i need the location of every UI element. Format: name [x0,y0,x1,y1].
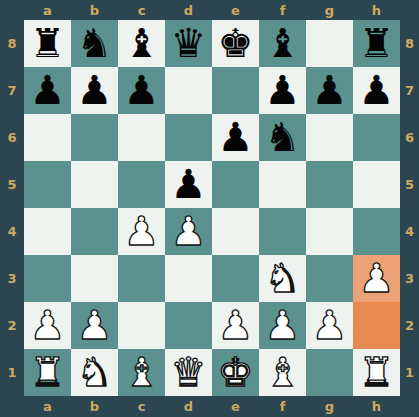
square-c6[interactable] [118,114,165,161]
rank-label-right-1: 1 [400,349,419,396]
rank-label-left-5: 5 [0,161,24,208]
file-label-top-h: h [353,0,400,20]
white-king[interactable]: ♚ [218,349,254,396]
square-d1[interactable]: ♛ [165,349,212,396]
square-a5[interactable] [24,161,71,208]
square-c8[interactable]: ♝ [118,20,165,67]
square-e7[interactable] [212,67,259,114]
black-bishop[interactable]: ♝ [124,20,160,67]
square-d4[interactable]: ♟ [165,208,212,255]
square-e8[interactable]: ♚ [212,20,259,67]
file-label-top-d: d [165,0,212,20]
square-f3[interactable]: ♞ [259,255,306,302]
white-rook[interactable]: ♜ [359,349,395,396]
square-b7[interactable]: ♟ [71,67,118,114]
square-f4[interactable] [259,208,306,255]
square-a8[interactable]: ♜ [24,20,71,67]
square-g6[interactable] [306,114,353,161]
white-pawn[interactable]: ♟ [312,302,348,349]
white-pawn[interactable]: ♟ [171,208,207,255]
square-e5[interactable] [212,161,259,208]
square-c1[interactable]: ♝ [118,349,165,396]
square-b2[interactable]: ♟ [71,302,118,349]
square-c3[interactable] [118,255,165,302]
square-g4[interactable] [306,208,353,255]
square-f8[interactable]: ♝ [259,20,306,67]
file-label-bottom-c: c [118,396,165,417]
square-d2[interactable] [165,302,212,349]
chess-diagram-frame: ♜♞♝♛♚♝♜♟♟♟♟♟♟♟♞♟♟♟♞♟♟♟♟♟♟♜♞♝♛♚♝♜ aabbccd… [0,0,419,417]
white-pawn[interactable]: ♟ [124,208,160,255]
square-c5[interactable] [118,161,165,208]
rank-label-left-1: 1 [0,349,24,396]
white-bishop[interactable]: ♝ [124,349,160,396]
black-rook[interactable]: ♜ [30,20,66,67]
square-e4[interactable] [212,208,259,255]
white-queen[interactable]: ♛ [171,349,207,396]
file-label-bottom-a: a [24,396,71,417]
rank-label-right-5: 5 [400,161,419,208]
square-b4[interactable] [71,208,118,255]
square-a7[interactable]: ♟ [24,67,71,114]
rank-label-left-3: 3 [0,255,24,302]
rank-label-left-2: 2 [0,302,24,349]
file-label-bottom-e: e [212,396,259,417]
black-pawn[interactable]: ♟ [124,67,160,114]
square-d7[interactable] [165,67,212,114]
file-label-top-b: b [71,0,118,20]
square-g7[interactable]: ♟ [306,67,353,114]
file-label-bottom-b: b [71,396,118,417]
square-a6[interactable] [24,114,71,161]
file-label-top-f: f [259,0,306,20]
square-b3[interactable] [71,255,118,302]
square-h6[interactable] [353,114,400,161]
square-f6[interactable]: ♞ [259,114,306,161]
rank-label-left-7: 7 [0,67,24,114]
square-d5[interactable]: ♟ [165,161,212,208]
square-h3[interactable]: ♟ [353,255,400,302]
chess-board: ♜♞♝♛♚♝♜♟♟♟♟♟♟♟♞♟♟♟♞♟♟♟♟♟♟♜♞♝♛♚♝♜ [24,20,400,396]
rank-label-right-6: 6 [400,114,419,161]
square-c4[interactable]: ♟ [118,208,165,255]
file-label-top-c: c [118,0,165,20]
rank-label-right-2: 2 [400,302,419,349]
square-a1[interactable]: ♜ [24,349,71,396]
square-g5[interactable] [306,161,353,208]
square-h5[interactable] [353,161,400,208]
file-label-bottom-h: h [353,396,400,417]
square-h2[interactable] [353,302,400,349]
white-pawn[interactable]: ♟ [265,302,301,349]
file-label-top-a: a [24,0,71,20]
square-g8[interactable] [306,20,353,67]
square-h7[interactable]: ♟ [353,67,400,114]
white-pawn[interactable]: ♟ [77,302,113,349]
square-e1[interactable]: ♚ [212,349,259,396]
square-f7[interactable]: ♟ [259,67,306,114]
square-h4[interactable] [353,208,400,255]
square-f1[interactable]: ♝ [259,349,306,396]
file-label-bottom-g: g [306,396,353,417]
square-f5[interactable] [259,161,306,208]
square-b1[interactable]: ♞ [71,349,118,396]
square-e6[interactable]: ♟ [212,114,259,161]
square-d6[interactable] [165,114,212,161]
black-bishop[interactable]: ♝ [265,20,301,67]
white-pawn[interactable]: ♟ [218,302,254,349]
white-knight[interactable]: ♞ [77,349,113,396]
square-b5[interactable] [71,161,118,208]
square-c2[interactable] [118,302,165,349]
white-knight[interactable]: ♞ [265,255,301,302]
square-g3[interactable] [306,255,353,302]
rank-label-right-3: 3 [400,255,419,302]
square-b6[interactable] [71,114,118,161]
square-d3[interactable] [165,255,212,302]
black-king[interactable]: ♚ [218,20,254,67]
rank-label-left-8: 8 [0,20,24,67]
square-f2[interactable]: ♟ [259,302,306,349]
black-knight[interactable]: ♞ [77,20,113,67]
black-knight[interactable]: ♞ [265,114,301,161]
black-pawn[interactable]: ♟ [265,67,301,114]
file-label-bottom-d: d [165,396,212,417]
square-d8[interactable]: ♛ [165,20,212,67]
white-bishop[interactable]: ♝ [265,349,301,396]
square-h1[interactable]: ♜ [353,349,400,396]
square-a4[interactable] [24,208,71,255]
rank-label-right-8: 8 [400,20,419,67]
square-g2[interactable]: ♟ [306,302,353,349]
file-label-bottom-f: f [259,396,306,417]
white-rook[interactable]: ♜ [30,349,66,396]
black-pawn[interactable]: ♟ [359,67,395,114]
black-pawn[interactable]: ♟ [312,67,348,114]
square-e3[interactable] [212,255,259,302]
square-g1[interactable] [306,349,353,396]
square-h8[interactable]: ♜ [353,20,400,67]
black-pawn[interactable]: ♟ [30,67,66,114]
square-e2[interactable]: ♟ [212,302,259,349]
square-c7[interactable]: ♟ [118,67,165,114]
square-a3[interactable] [24,255,71,302]
rank-label-left-4: 4 [0,208,24,255]
black-rook[interactable]: ♜ [359,20,395,67]
file-label-top-g: g [306,0,353,20]
rank-label-left-6: 6 [0,114,24,161]
square-a2[interactable]: ♟ [24,302,71,349]
white-pawn[interactable]: ♟ [359,255,395,302]
black-queen[interactable]: ♛ [171,20,207,67]
rank-label-right-7: 7 [400,67,419,114]
rank-label-right-4: 4 [400,208,419,255]
black-pawn[interactable]: ♟ [218,114,254,161]
square-b8[interactable]: ♞ [71,20,118,67]
black-pawn[interactable]: ♟ [77,67,113,114]
white-pawn[interactable]: ♟ [30,302,66,349]
black-pawn[interactable]: ♟ [171,161,207,208]
file-label-top-e: e [212,0,259,20]
